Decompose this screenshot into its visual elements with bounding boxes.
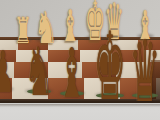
- dark-knight-piece: ♞: [25, 38, 54, 105]
- dark-king-piece: ♚: [94, 21, 126, 115]
- dark-bishop-piece: ♝: [58, 39, 86, 107]
- dark-queen-piece: ♛: [130, 28, 160, 113]
- dark-pawn-piece: ♟: [0, 44, 15, 101]
- chess-set-photo-scene: ♜♞♝♚♛♝♟♞♝♚♛: [0, 0, 160, 120]
